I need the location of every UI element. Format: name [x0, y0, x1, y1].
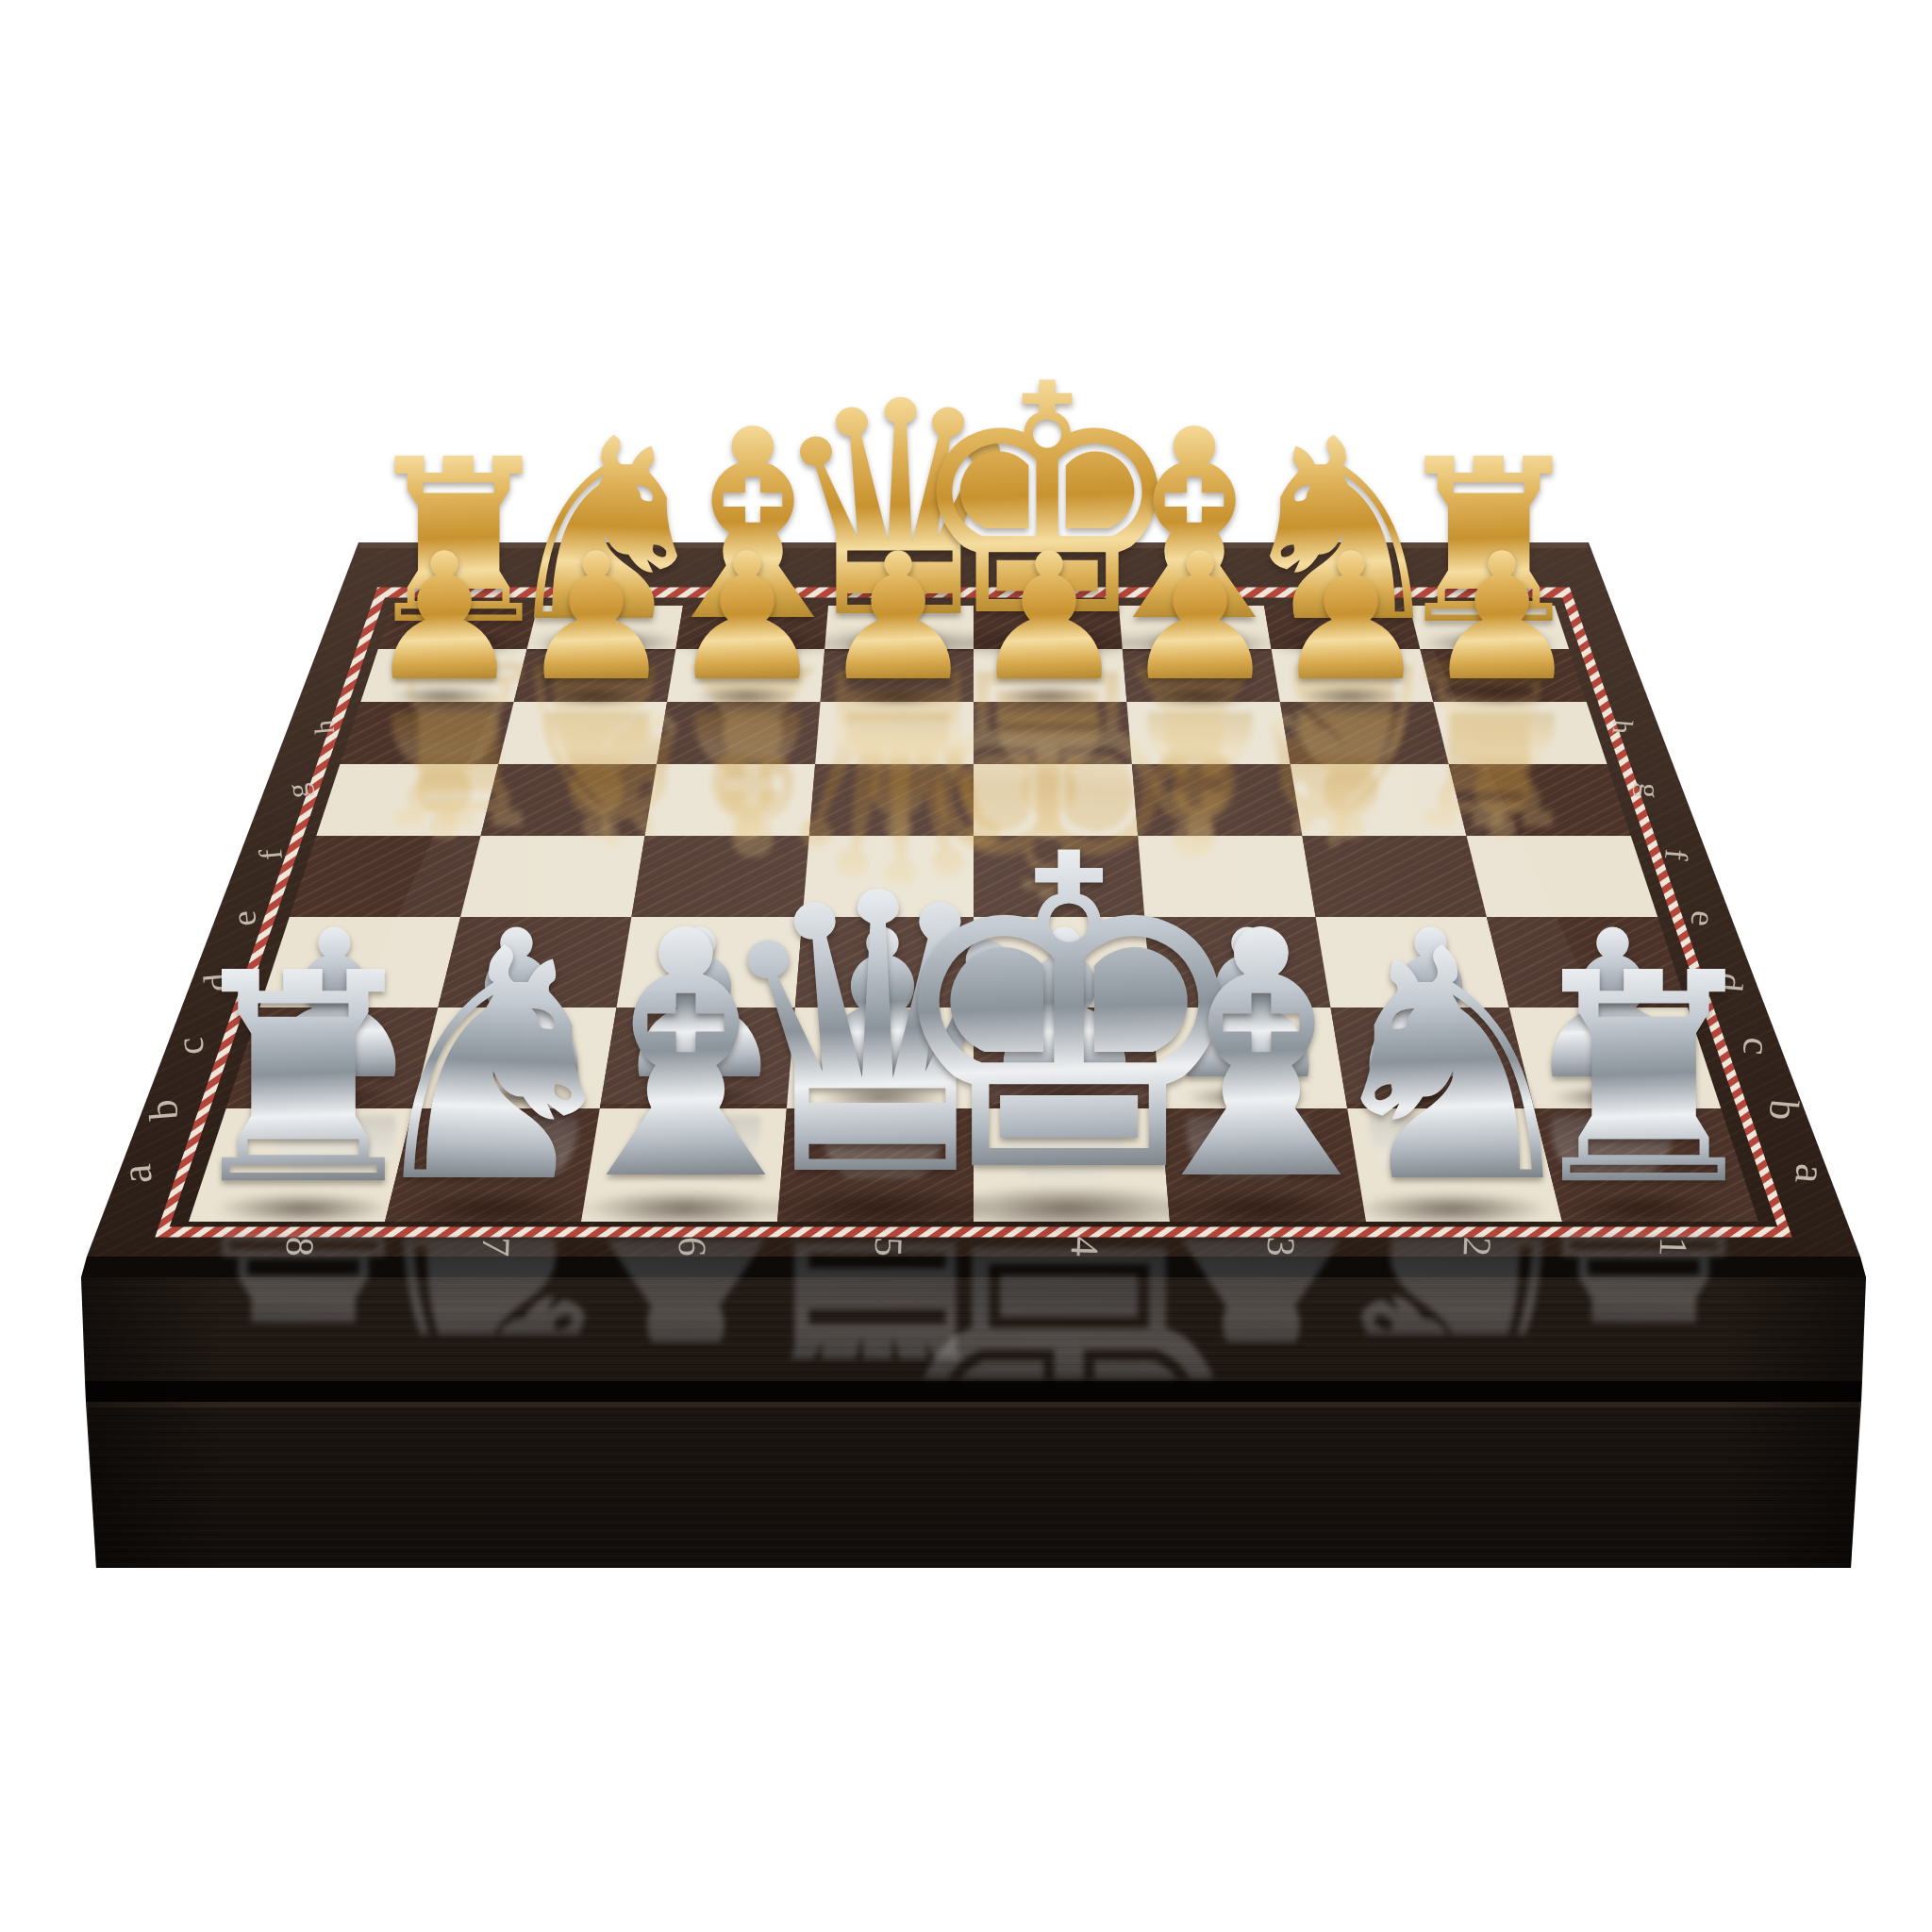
reflection-glyph: ♟: [1414, 685, 1590, 839]
piece-reflection: ♟: [1414, 685, 1590, 839]
reflection-glyph: ♟: [357, 685, 532, 839]
piece-reflection: ♟: [1263, 685, 1439, 839]
gold-pawn-glyph: ♟: [810, 530, 986, 706]
gold-pawn-glyph: ♟: [357, 530, 532, 706]
piece-black-pawn-e7[interactable]: ♟♟: [961, 530, 1137, 706]
file-label-left-g: g: [280, 782, 315, 800]
piece-reflection: ♜: [1499, 1190, 1789, 1323]
gold-pawn-glyph: ♟: [1112, 530, 1288, 706]
piece-reflection: ♟: [508, 685, 684, 839]
file-label-left-a: a: [111, 1162, 161, 1186]
piece-black-pawn-f7[interactable]: ♟♟: [1112, 530, 1288, 706]
gold-pawn-glyph: ♟: [1263, 530, 1439, 706]
piece-white-rook-h1[interactable]: ♜♜: [1499, 935, 1789, 1224]
file-label-right-h: h: [1607, 719, 1639, 736]
piece-black-pawn-b7[interactable]: ♟♟: [508, 530, 684, 706]
silver-rook-glyph: ♜: [1499, 935, 1789, 1224]
reflection-glyph: ♟: [508, 685, 684, 839]
gold-pawn-glyph: ♟: [1414, 530, 1590, 706]
piece-reflection: ♟: [357, 685, 532, 839]
gold-pawn-glyph: ♟: [659, 530, 835, 706]
piece-black-pawn-a7[interactable]: ♟♟: [357, 530, 532, 706]
gold-pawn-glyph: ♟: [508, 530, 684, 706]
gold-pawn-glyph: ♟: [961, 530, 1137, 706]
piece-black-pawn-d7[interactable]: ♟♟: [810, 530, 986, 706]
piece-black-pawn-h7[interactable]: ♟♟: [1414, 530, 1590, 706]
file-label-left-h: h: [308, 719, 340, 736]
reflection-glyph: ♜: [1499, 1190, 1789, 1323]
reflection-glyph: ♟: [1263, 685, 1439, 839]
chess-set-photo: aabbccddeeffgghh87654321 ♜♜♞♞♝♝♛♛♚♚♝♝♞♞♜…: [0, 0, 1932, 1932]
piece-black-pawn-c7[interactable]: ♟♟: [659, 530, 835, 706]
piece-black-pawn-g7[interactable]: ♟♟: [1263, 530, 1439, 706]
file-label-right-g: g: [1632, 782, 1667, 800]
